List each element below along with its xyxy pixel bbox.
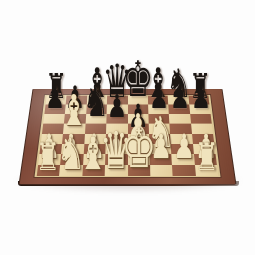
pieces-layer: ♜♝♛♚♝♞♜♟♟♟♟♟♟♞♟♟♝♟♞♟♟♟♟♟♟♟♜♞♝♛♚♜ xyxy=(0,0,255,255)
piece-white-king-e1[interactable]: ♚ xyxy=(121,122,156,176)
square-g1[interactable] xyxy=(172,165,195,176)
product-photo-stage: ♜♝♛♚♝♞♜♟♟♟♟♟♟♞♟♟♝♟♞♟♟♟♟♟♟♟♜♞♝♛♚♜ xyxy=(0,0,255,255)
piece-white-rook-h1[interactable]: ♜ xyxy=(195,137,220,175)
piece-white-pawn-g2[interactable]: ♟ xyxy=(173,130,195,164)
piece-black-pawn-h7[interactable]: ♟ xyxy=(190,82,210,113)
square-h6[interactable] xyxy=(190,114,212,124)
